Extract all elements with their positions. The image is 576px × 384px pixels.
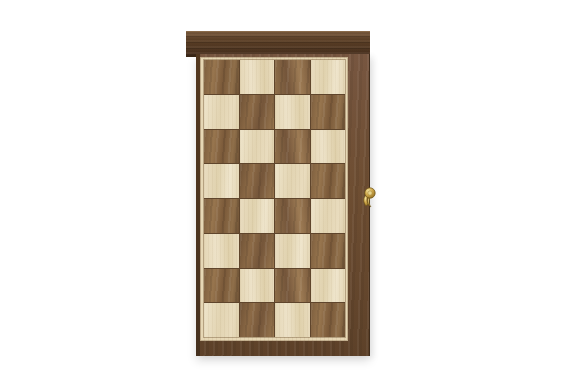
board-square (311, 269, 346, 303)
board-square (240, 234, 275, 268)
board-square (311, 60, 346, 94)
board-square (240, 303, 275, 337)
product-photo (0, 0, 576, 384)
board-square (275, 60, 310, 94)
board-square (240, 130, 275, 164)
folded-chess-board (196, 31, 370, 356)
board-square (311, 303, 346, 337)
board-square (204, 130, 239, 164)
board-square (240, 95, 275, 129)
board-grid (204, 60, 345, 337)
board-square (311, 199, 346, 233)
board-square (204, 269, 239, 303)
board-square (311, 130, 346, 164)
board-square (275, 269, 310, 303)
board-square (240, 60, 275, 94)
board-square (275, 199, 310, 233)
board-square (204, 164, 239, 198)
board-square (275, 164, 310, 198)
board-square (204, 234, 239, 268)
board-square (204, 303, 239, 337)
board-square (275, 95, 310, 129)
board-square (275, 303, 310, 337)
board-square (240, 164, 275, 198)
board-square (311, 95, 346, 129)
board-square (240, 269, 275, 303)
board-square (311, 234, 346, 268)
board-square (204, 95, 239, 129)
board-face (196, 54, 370, 356)
board-square (204, 60, 239, 94)
brass-clasp-icon (362, 184, 378, 214)
board-square (240, 199, 275, 233)
board-square (204, 199, 239, 233)
board-square (311, 164, 346, 198)
board-square (275, 130, 310, 164)
board-square (275, 234, 310, 268)
board-inlay-border (200, 57, 348, 341)
